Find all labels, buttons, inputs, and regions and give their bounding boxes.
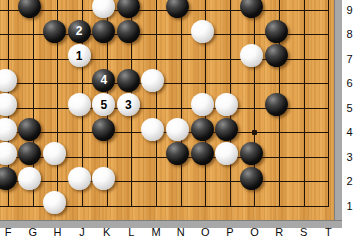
col-label-L: L bbox=[124, 226, 138, 236]
col-label-N: N bbox=[174, 226, 188, 236]
stone-white-O5[interactable] bbox=[191, 93, 214, 116]
row-label-2: 2 bbox=[343, 175, 356, 187]
stone-white-K5[interactable]: 5 bbox=[92, 93, 115, 116]
stone-black-F2[interactable] bbox=[0, 167, 17, 190]
col-label-G: G bbox=[26, 226, 40, 236]
grid-line-row-2 bbox=[0, 181, 329, 182]
stone-white-F5[interactable] bbox=[0, 93, 17, 116]
stone-white-M6[interactable] bbox=[141, 69, 164, 92]
row-label-1: 1 bbox=[343, 200, 356, 212]
col-label-P: P bbox=[223, 226, 237, 236]
stone-black-O4[interactable] bbox=[191, 118, 214, 141]
stone-white-H3[interactable] bbox=[43, 142, 66, 165]
stone-black-O3[interactable] bbox=[191, 142, 214, 165]
stone-black-N9[interactable] bbox=[166, 0, 189, 18]
grid-line-col-M bbox=[156, 0, 157, 207]
stone-white-K2[interactable] bbox=[92, 167, 115, 190]
col-label-O: O bbox=[198, 226, 212, 236]
stone-white-N4[interactable] bbox=[166, 118, 189, 141]
stone-white-G2[interactable] bbox=[18, 167, 41, 190]
grid-line-col-N bbox=[181, 0, 182, 207]
grid-line-col-S bbox=[304, 0, 305, 207]
stone-black-L8[interactable] bbox=[117, 20, 140, 43]
row-label-8: 8 bbox=[343, 28, 356, 40]
star-point-Q4 bbox=[252, 130, 257, 135]
stone-white-M4[interactable] bbox=[141, 118, 164, 141]
stone-black-G9[interactable] bbox=[18, 0, 41, 18]
board-frame-right bbox=[334, 0, 342, 228]
row-label-5: 5 bbox=[343, 102, 356, 114]
col-label-M: M bbox=[149, 226, 163, 236]
col-label-Q: Q bbox=[248, 226, 262, 236]
stone-black-H8[interactable] bbox=[43, 20, 66, 43]
col-label-S: S bbox=[297, 226, 311, 236]
stone-white-L5[interactable]: 3 bbox=[117, 93, 140, 116]
grid-line-row-9 bbox=[0, 10, 329, 11]
stone-black-P4[interactable] bbox=[215, 118, 238, 141]
stone-black-Q3[interactable] bbox=[240, 142, 263, 165]
col-label-J: J bbox=[75, 226, 89, 236]
stone-black-Q2[interactable] bbox=[240, 167, 263, 190]
col-label-F: F bbox=[1, 226, 15, 236]
stone-white-K9[interactable] bbox=[92, 0, 115, 18]
stone-white-J5[interactable] bbox=[68, 93, 91, 116]
grid-line-row-6 bbox=[0, 83, 329, 84]
move-number-5: 5 bbox=[100, 99, 107, 111]
stone-black-K6[interactable]: 4 bbox=[92, 69, 115, 92]
stone-black-R5[interactable] bbox=[265, 93, 288, 116]
col-label-R: R bbox=[272, 226, 286, 236]
go-diagram: 21453 FGHJKLMNOPQRST987654321 bbox=[0, 0, 356, 236]
row-label-9: 9 bbox=[343, 4, 356, 16]
stone-black-K4[interactable] bbox=[92, 118, 115, 141]
stone-white-F4[interactable] bbox=[0, 118, 17, 141]
stone-black-N3[interactable] bbox=[166, 142, 189, 165]
stone-black-R8[interactable] bbox=[265, 20, 288, 43]
stone-white-F3[interactable] bbox=[0, 142, 17, 165]
stone-black-G4[interactable] bbox=[18, 118, 41, 141]
stone-black-L9[interactable] bbox=[117, 0, 140, 18]
stone-white-P5[interactable] bbox=[215, 93, 238, 116]
move-number-2: 2 bbox=[76, 25, 83, 37]
col-label-T: T bbox=[321, 226, 335, 236]
go-board[interactable]: 21453 bbox=[0, 0, 334, 220]
grid-line-row-4 bbox=[0, 132, 329, 133]
stone-white-F6[interactable] bbox=[0, 69, 17, 92]
stone-white-H1[interactable] bbox=[43, 191, 66, 214]
row-label-6: 6 bbox=[343, 77, 356, 89]
stone-black-Q9[interactable] bbox=[240, 0, 263, 18]
move-number-1: 1 bbox=[76, 50, 83, 62]
col-label-K: K bbox=[100, 226, 114, 236]
stone-white-J2[interactable] bbox=[68, 167, 91, 190]
stone-white-Q7[interactable] bbox=[240, 44, 263, 67]
stone-black-L6[interactable] bbox=[117, 69, 140, 92]
col-label-H: H bbox=[50, 226, 64, 236]
grid-line-col-T bbox=[328, 0, 329, 207]
stone-black-J8[interactable]: 2 bbox=[68, 20, 91, 43]
stone-white-O8[interactable] bbox=[191, 20, 214, 43]
row-label-3: 3 bbox=[343, 151, 356, 163]
row-label-7: 7 bbox=[343, 53, 356, 65]
move-number-4: 4 bbox=[100, 74, 107, 86]
move-number-3: 3 bbox=[125, 99, 132, 111]
stone-black-R7[interactable] bbox=[265, 44, 288, 67]
stone-white-P3[interactable] bbox=[215, 142, 238, 165]
stone-black-G3[interactable] bbox=[18, 142, 41, 165]
stone-white-J7[interactable]: 1 bbox=[68, 44, 91, 67]
stone-black-K8[interactable] bbox=[92, 20, 115, 43]
row-label-4: 4 bbox=[343, 126, 356, 138]
